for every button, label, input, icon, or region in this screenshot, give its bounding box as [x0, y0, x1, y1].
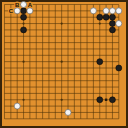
point-label-a: A	[28, 2, 33, 8]
black-stone[interactable]	[21, 14, 27, 20]
black-stone[interactable]	[97, 14, 103, 20]
move-marker	[105, 99, 107, 101]
star-point	[22, 61, 24, 63]
star-point	[61, 22, 63, 24]
black-stone[interactable]	[109, 14, 115, 20]
black-stone[interactable]	[21, 8, 27, 14]
white-stone[interactable]	[90, 8, 96, 14]
white-stone[interactable]	[27, 8, 33, 14]
star-point	[61, 99, 63, 101]
point-label-c: C	[9, 8, 14, 14]
black-stone[interactable]	[109, 21, 115, 27]
black-stone[interactable]	[21, 27, 27, 33]
white-stone[interactable]	[116, 21, 122, 27]
star-point	[61, 61, 63, 63]
star-point	[22, 99, 24, 101]
black-stone[interactable]	[109, 97, 115, 103]
star-point	[22, 22, 24, 24]
white-stone[interactable]	[14, 103, 20, 109]
black-stone[interactable]	[103, 14, 109, 20]
white-stone[interactable]	[103, 8, 109, 14]
go-board[interactable]: BAC	[0, 0, 128, 128]
black-stone[interactable]	[109, 27, 115, 33]
white-stone[interactable]	[14, 8, 20, 14]
black-stone[interactable]	[97, 59, 103, 65]
point-label-b: B	[15, 2, 20, 8]
white-stone[interactable]	[109, 8, 115, 14]
black-stone[interactable]	[116, 65, 122, 71]
star-point	[99, 22, 101, 24]
board-svg: BAC	[0, 0, 128, 128]
black-stone[interactable]	[97, 97, 103, 103]
board-background	[0, 0, 128, 128]
white-stone[interactable]	[116, 8, 122, 14]
white-stone[interactable]	[21, 2, 27, 8]
white-stone[interactable]	[65, 109, 71, 115]
